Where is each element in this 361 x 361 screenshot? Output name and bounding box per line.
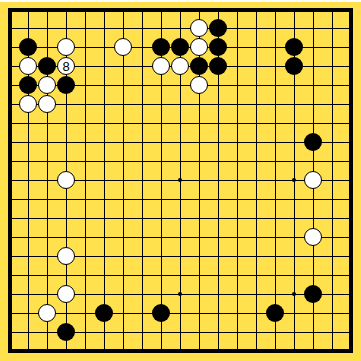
- star-point: [292, 178, 296, 182]
- black-stone: [57, 323, 75, 341]
- white-stone: [114, 38, 132, 56]
- black-stone: [285, 38, 303, 56]
- white-stone: [38, 76, 56, 94]
- black-stone: [38, 57, 56, 75]
- white-stone: [190, 76, 208, 94]
- white-stone: [57, 38, 75, 56]
- white-stone: [190, 19, 208, 37]
- black-stone: [95, 304, 113, 322]
- white-stone: [304, 171, 322, 189]
- star-point: [178, 292, 182, 296]
- white-stone: [152, 57, 170, 75]
- white-stone: [304, 228, 322, 246]
- window-top-edge: [0, 0, 361, 2]
- black-stone: [19, 76, 37, 94]
- black-stone: [285, 57, 303, 75]
- white-stone: [19, 95, 37, 113]
- black-stone: [171, 38, 189, 56]
- black-stone: [152, 38, 170, 56]
- star-point: [292, 292, 296, 296]
- black-stone: [209, 38, 227, 56]
- white-stone: [38, 95, 56, 113]
- black-stone: [304, 133, 322, 151]
- black-stone: [19, 38, 37, 56]
- white-stone: [57, 247, 75, 265]
- black-stone: [190, 57, 208, 75]
- white-stone: [19, 57, 37, 75]
- white-stone: [38, 304, 56, 322]
- star-point: [178, 178, 182, 182]
- black-stone: [266, 304, 284, 322]
- white-stone: [171, 57, 189, 75]
- white-stone: 8: [57, 57, 75, 75]
- black-stone: [304, 285, 322, 303]
- black-stone: [152, 304, 170, 322]
- white-stone: [57, 285, 75, 303]
- go-board[interactable]: 8: [0, 0, 361, 361]
- white-stone: [57, 171, 75, 189]
- black-stone: [209, 57, 227, 75]
- move-number-label: 8: [62, 60, 69, 73]
- go-diagram-screen: 8: [0, 0, 361, 361]
- black-stone: [209, 19, 227, 37]
- black-stone: [57, 76, 75, 94]
- white-stone: [190, 38, 208, 56]
